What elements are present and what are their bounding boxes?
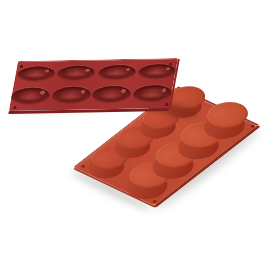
mold-cavity bbox=[131, 85, 172, 103]
mold-cavity bbox=[50, 87, 91, 105]
mold-cavity bbox=[16, 66, 56, 82]
mold-cavity bbox=[56, 66, 96, 82]
corner-hole bbox=[13, 106, 16, 109]
product-photo-canvas bbox=[0, 0, 270, 270]
mold-cavity bbox=[10, 87, 51, 105]
mold-top-view bbox=[9, 58, 178, 111]
corner-hole bbox=[20, 65, 23, 68]
corner-hole bbox=[165, 103, 168, 106]
mold-cavity bbox=[97, 65, 137, 81]
mold-cavity bbox=[91, 86, 132, 104]
corner-hole bbox=[81, 165, 86, 168]
mold-cavity bbox=[137, 64, 177, 80]
